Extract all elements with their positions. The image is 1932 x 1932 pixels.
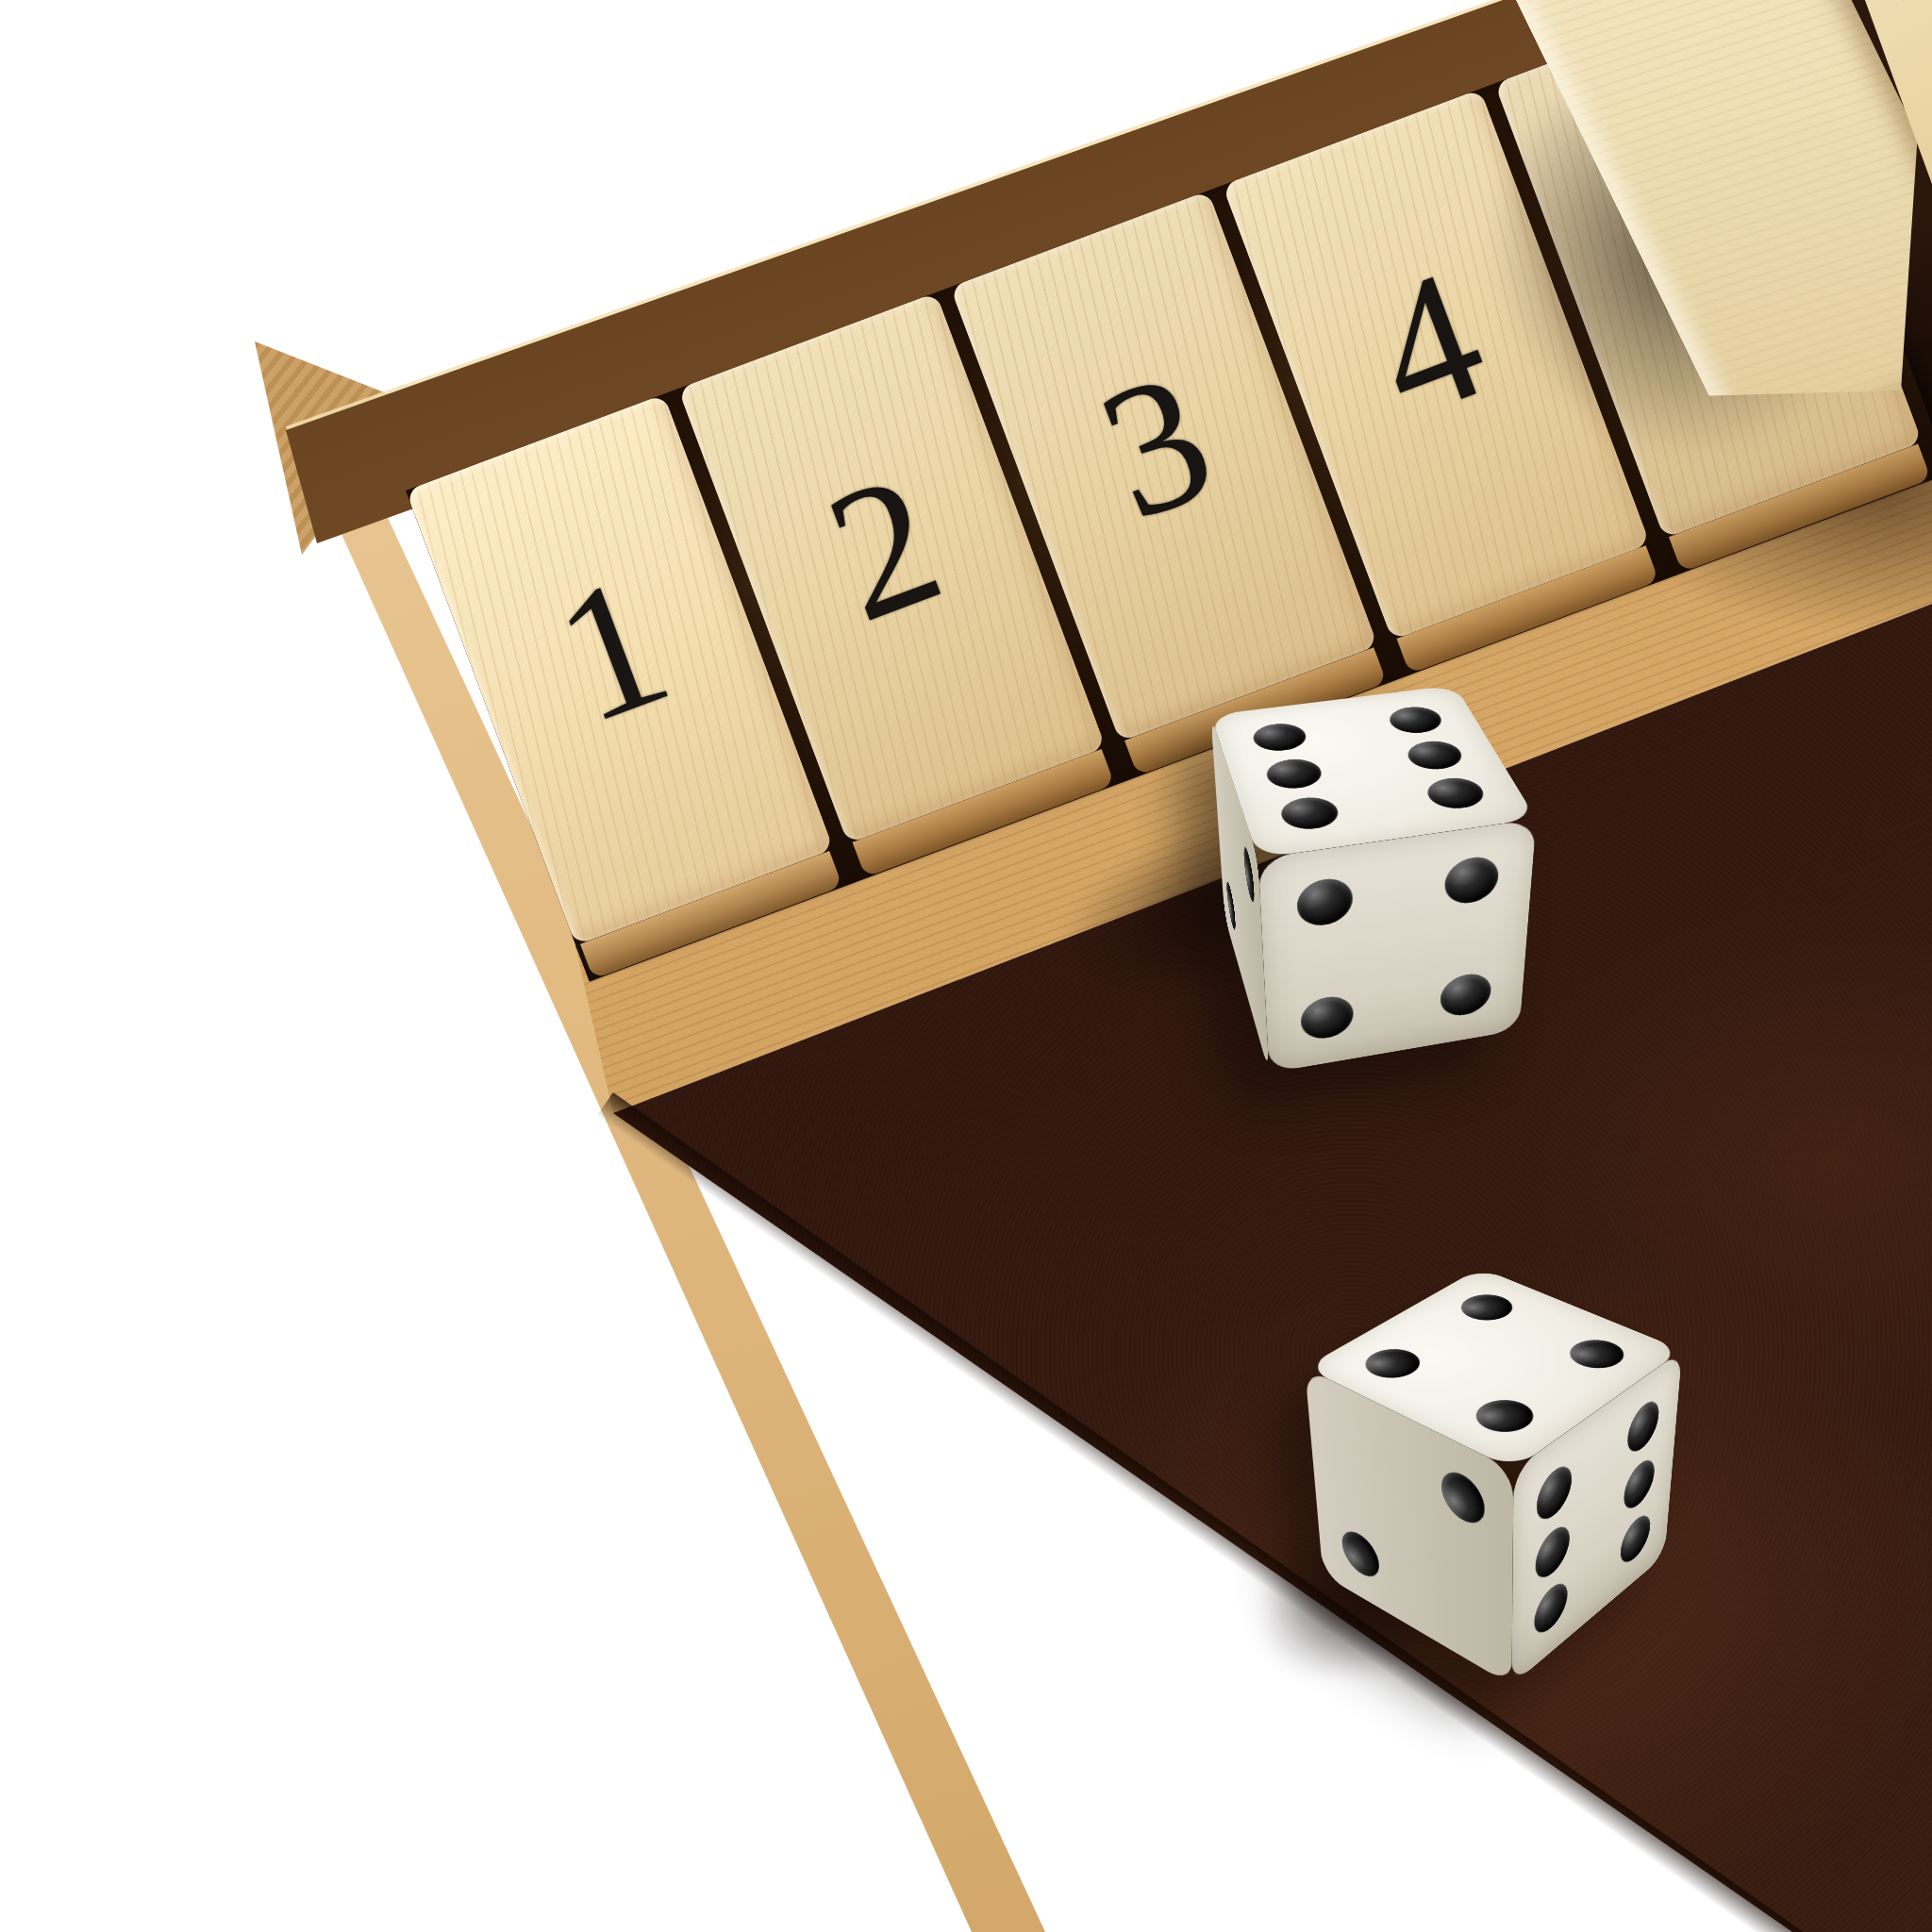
die-1[interactable] bbox=[1238, 745, 1492, 1000]
die-pip bbox=[1262, 757, 1326, 791]
die-2-cube bbox=[1314, 1371, 1673, 1584]
tile-2-number: 2 bbox=[723, 411, 1047, 685]
tile-3-number: 3 bbox=[994, 309, 1319, 583]
die-1-cube bbox=[1218, 789, 1527, 972]
die-pip bbox=[1297, 875, 1354, 929]
die-pip bbox=[1443, 854, 1499, 907]
die-pip bbox=[1440, 971, 1492, 1019]
shut-the-box-photo: 1 2 3 4 5 7 bbox=[0, 0, 1932, 1932]
die-pip bbox=[1301, 992, 1354, 1041]
die-pip bbox=[1384, 705, 1447, 736]
die-2[interactable] bbox=[1368, 1340, 1623, 1594]
die-pip bbox=[1402, 739, 1468, 773]
die-pip bbox=[1421, 774, 1490, 811]
die-pip bbox=[1276, 794, 1343, 832]
die-pip bbox=[1250, 721, 1311, 754]
